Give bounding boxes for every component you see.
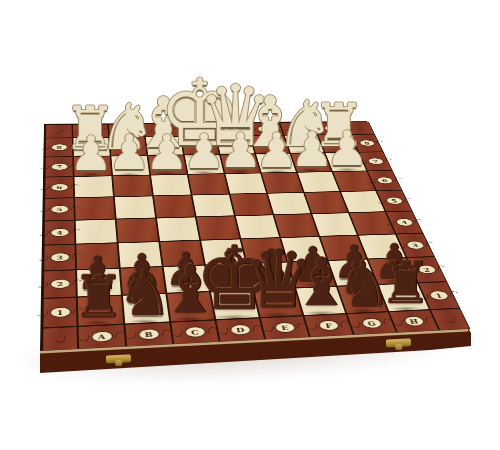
rank-medallion-5-text: 5: [56, 207, 62, 212]
rank-medallion-7-text: 7: [56, 165, 62, 169]
rank-medallion-right-5: 5: [384, 197, 404, 205]
scroll-ornament: [39, 144, 50, 150]
scroll-ornament: [394, 177, 402, 183]
file-medallion-bottom-b: B: [137, 328, 159, 340]
rank-medallion-6-text: 6: [56, 185, 62, 190]
square-a4[interactable]: [75, 219, 118, 244]
rank-label-left-4: 4: [44, 220, 76, 245]
scroll-ornament: [37, 229, 49, 236]
rank-medallion-right-4-text: 4: [401, 220, 408, 225]
scroll-ornament: [425, 241, 434, 248]
scroll-ornament: [36, 280, 49, 288]
rank-medallion-right-4: 4: [394, 218, 414, 226]
piece-dark-rook-h1[interactable]: ♜: [380, 256, 432, 309]
chess-set-photo: ABCDEFGH8877665544332211ABCDEFGH ♜♞♝♚♛♝♞…: [0, 0, 500, 450]
rank-medallion-5: 5: [50, 205, 69, 213]
rank-medallion-right-6: 6: [375, 177, 394, 184]
scroll-ornament: [53, 334, 67, 344]
scroll-ornament: [375, 140, 383, 146]
piece-white-pawn-a7[interactable]: ♟: [70, 132, 113, 176]
rank-medallion-right-7-text: 7: [372, 159, 379, 163]
rank-medallion-3-text: 3: [57, 255, 63, 261]
scroll-ornament: [77, 333, 91, 343]
rank-medallion-1: 1: [49, 307, 70, 318]
file-medallion-bottom-b-text: B: [144, 331, 153, 338]
scroll-ornament: [403, 197, 411, 203]
piece-white-pawn-b7[interactable]: ♟: [108, 131, 151, 175]
scroll-ornament: [171, 328, 183, 337]
rank-label-left-5: 5: [44, 198, 75, 221]
scroll-ornament: [414, 218, 423, 225]
rank-medallion-2: 2: [49, 279, 70, 289]
scroll-ornament: [37, 254, 50, 262]
rank-medallion-right-6-text: 6: [381, 179, 388, 183]
scroll-ornament: [445, 315, 454, 324]
file-medallion-bottom-c-text: C: [191, 329, 200, 336]
pawn-glyph: ♟: [70, 132, 113, 176]
square-a5[interactable]: [74, 197, 116, 220]
square-c4[interactable]: [156, 217, 200, 242]
rank-label-left-2: 2: [43, 270, 77, 299]
scroll-ornament: [39, 164, 50, 170]
scroll-ornament: [449, 291, 458, 299]
file-medallion-bottom-f-text: F: [324, 323, 332, 329]
rank-medallion-right-1-text: 1: [435, 293, 443, 299]
scroll-ornament: [393, 318, 403, 327]
pawn-glyph: ♟: [325, 127, 368, 171]
rank-medallion-2-text: 2: [57, 281, 64, 287]
rank-medallion-8-text: 8: [56, 145, 61, 149]
rank-medallion-4: 4: [50, 228, 69, 237]
piece-white-pawn-h7[interactable]: ♟: [325, 127, 368, 171]
file-medallion-bottom-h-text: H: [409, 318, 420, 324]
rank-medallion-right-5-text: 5: [391, 199, 398, 203]
square-c5[interactable]: [153, 195, 196, 218]
rank-label-left-3: 3: [43, 244, 76, 271]
square-d5[interactable]: [192, 194, 235, 217]
file-medallion-bottom-h: H: [402, 316, 425, 327]
pawn-glyph: ♟: [108, 131, 151, 175]
rook-glyph: ♜: [380, 256, 432, 309]
scroll-ornament: [350, 320, 360, 329]
file-medallion-bottom-g-text: G: [367, 320, 377, 326]
scroll-ornament: [124, 330, 137, 339]
file-medallion-bottom-a-text: A: [98, 334, 106, 341]
brass-latch-left: [106, 354, 131, 363]
square-e5[interactable]: [230, 193, 274, 216]
rank-medallion-7: 7: [50, 163, 68, 170]
scroll-ornament: [38, 184, 50, 191]
rank-medallion-3: 3: [50, 253, 70, 263]
rank-medallion-1-text: 1: [57, 309, 64, 315]
scroll-ornament: [35, 309, 49, 318]
rank-medallion-6: 6: [50, 183, 68, 191]
file-medallion-bottom-f: F: [317, 320, 340, 331]
scroll-ornament: [38, 206, 50, 213]
scroll-ornament: [437, 265, 446, 273]
square-b5[interactable]: [114, 196, 156, 219]
file-medallion-bottom-a: A: [91, 331, 113, 343]
scroll-ornament: [384, 158, 392, 164]
rank-medallion-right-7: 7: [366, 158, 385, 165]
rank-medallion-4-text: 4: [57, 230, 63, 235]
brass-latch-right: [386, 338, 411, 347]
square-b4[interactable]: [116, 218, 160, 243]
